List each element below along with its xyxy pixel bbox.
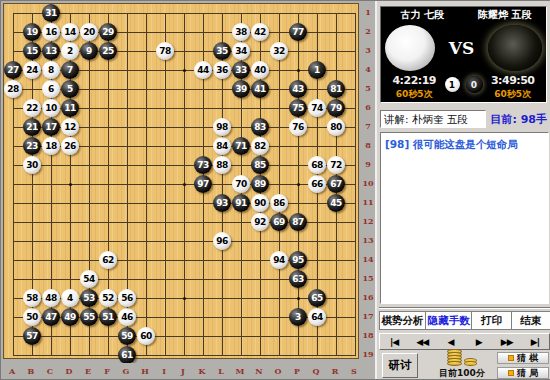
column-label: C — [47, 366, 53, 376]
orange-bullet-icon — [508, 370, 514, 376]
current-move-label: 目前: 98手 — [490, 112, 547, 127]
row-label: 10 — [362, 178, 373, 188]
black-stone-43: 43 — [289, 80, 307, 98]
last-move-button[interactable]: ▶| — [521, 334, 549, 349]
commentary-box[interactable]: [98] 很可能这盘是个短命局 — [380, 132, 549, 304]
black-stone-73: 73 — [194, 156, 212, 174]
row-label: 14 — [362, 254, 373, 264]
first-move-button[interactable]: |◀ — [380, 334, 408, 349]
star-point — [183, 183, 186, 186]
grid-line — [13, 203, 356, 204]
grid-line — [13, 241, 356, 242]
column-label: M — [236, 366, 245, 376]
black-stone-image — [488, 25, 542, 71]
black-stone-13: 13 — [42, 42, 60, 60]
black-stone-23: 23 — [23, 137, 41, 155]
toolbar: 棋势分析 隐藏手数 打印 结束 — [379, 311, 550, 330]
guess-game-button[interactable]: 猜 局 — [497, 367, 549, 379]
black-clock: 3:49:50 — [483, 74, 544, 87]
white-stone-34: 34 — [232, 42, 250, 60]
white-stone-88: 88 — [213, 156, 231, 174]
row-label: 19 — [362, 349, 373, 359]
white-stone-14: 14 — [61, 23, 79, 41]
commentary-message: [98] 很可能这盘是个短命局 — [385, 138, 544, 152]
white-stone-10: 10 — [42, 99, 60, 117]
black-stone-41: 41 — [251, 80, 269, 98]
fast-forward-button[interactable]: ▶▶ — [493, 334, 521, 349]
white-stone-56: 56 — [118, 289, 136, 307]
black-stone-9: 9 — [80, 42, 98, 60]
white-stone-12: 12 — [61, 118, 79, 136]
black-stone-69: 69 — [270, 213, 288, 231]
white-clock: 4:22:19 — [384, 74, 445, 87]
white-stone-40: 40 — [251, 61, 269, 79]
black-stone-85: 85 — [251, 156, 269, 174]
grid-line — [355, 13, 356, 356]
black-stone-71: 71 — [232, 137, 250, 155]
points-display: 目前100分 — [431, 348, 493, 380]
black-stone-77: 77 — [289, 23, 307, 41]
row-label: 3 — [365, 45, 371, 55]
white-stone-80: 80 — [327, 118, 345, 136]
row-label: 8 — [365, 140, 371, 150]
column-coordinate-strip: ABCDEFGHIJKLMNOPQRS — [1, 363, 375, 379]
white-stone-76: 76 — [289, 118, 307, 136]
row-label: 2 — [365, 26, 371, 36]
white-stone-50: 50 — [23, 308, 41, 326]
column-label: L — [218, 366, 224, 376]
black-stone-15: 15 — [23, 42, 41, 60]
star-point — [297, 69, 300, 72]
black-stone-25: 25 — [99, 42, 117, 60]
black-stone-45: 45 — [327, 194, 345, 212]
black-stone-93: 93 — [213, 194, 231, 212]
black-stone-5: 5 — [61, 80, 79, 98]
white-stone-22: 22 — [23, 99, 41, 117]
white-stone-30: 30 — [23, 156, 41, 174]
column-label: A — [9, 366, 15, 376]
black-stone-53: 53 — [80, 289, 98, 307]
grid-line — [13, 336, 356, 337]
white-stone-66: 66 — [308, 175, 326, 193]
black-stone-51: 51 — [99, 308, 117, 326]
white-stone-96: 96 — [213, 232, 231, 250]
black-stone-67: 67 — [327, 175, 345, 193]
black-stone-75: 75 — [289, 99, 307, 117]
white-stone-38: 38 — [232, 23, 250, 41]
row-label: 1 — [365, 7, 371, 17]
grid-line — [13, 355, 356, 356]
white-stone-18: 18 — [42, 137, 60, 155]
hide-move-numbers-button[interactable]: 隐藏手数 — [425, 311, 472, 330]
discuss-button[interactable]: 研讨 — [382, 353, 418, 378]
column-label: I — [162, 366, 166, 376]
row-label: 12 — [362, 216, 373, 226]
star-point — [297, 183, 300, 186]
white-stone-72: 72 — [327, 156, 345, 174]
white-stone-36: 36 — [213, 61, 231, 79]
white-stone-78: 78 — [156, 42, 174, 60]
row-label: 11 — [362, 197, 373, 207]
white-stone-48: 48 — [42, 289, 60, 307]
black-stone-59: 59 — [118, 327, 136, 345]
row-label: 16 — [362, 292, 373, 302]
black-stone-83: 83 — [251, 118, 269, 136]
column-label: O — [275, 366, 282, 376]
black-stone-27: 27 — [4, 61, 22, 79]
white-stone-54: 54 — [80, 270, 98, 288]
white-stone-42: 42 — [251, 23, 269, 41]
white-stone-64: 64 — [308, 308, 326, 326]
white-stone-84: 84 — [213, 137, 231, 155]
white-stone-62: 62 — [99, 251, 117, 269]
black-stone-81: 81 — [327, 80, 345, 98]
row-label: 7 — [365, 121, 371, 131]
black-player-name: 陈耀烨 五段 — [464, 8, 547, 22]
white-stone-8: 8 — [42, 61, 60, 79]
print-button[interactable]: 打印 — [471, 311, 511, 330]
end-button[interactable]: 结束 — [511, 311, 550, 330]
white-stone-28: 28 — [4, 80, 22, 98]
column-label: E — [85, 366, 91, 376]
footer-bar: 研讨 目前100分 猜 棋 猜 局 — [379, 352, 550, 379]
white-stone-92: 92 — [251, 213, 269, 231]
black-stone-39: 39 — [232, 80, 250, 98]
black-stone-31: 31 — [42, 4, 60, 22]
row-label: 9 — [365, 159, 371, 169]
star-point — [69, 183, 72, 186]
star-point — [183, 297, 186, 300]
black-stone-35: 35 — [213, 42, 231, 60]
side-panel: 古力 七段 陈耀烨 五段 VS 4:22:19 60秒5次 1 0 3:49:5… — [375, 1, 550, 379]
white-byoyomi: 60秒5次 — [384, 88, 445, 101]
black-stone-1: 1 — [308, 61, 326, 79]
white-stone-image — [385, 25, 435, 71]
row-label: 5 — [365, 83, 371, 93]
go-board-area: 1357911131517192123252729313335394143454… — [1, 1, 375, 379]
white-stone-46: 46 — [118, 308, 136, 326]
column-label: F — [104, 366, 110, 376]
white-stone-2: 2 — [61, 42, 79, 60]
black-stone-47: 47 — [42, 308, 60, 326]
white-stone-70: 70 — [232, 175, 250, 193]
white-stone-6: 6 — [42, 80, 60, 98]
white-stone-20: 20 — [80, 23, 98, 41]
black-stone-97: 97 — [194, 175, 212, 193]
app-window: 1357911131517192123252729313335394143454… — [0, 0, 550, 380]
black-stone-21: 21 — [23, 118, 41, 136]
black-stone-57: 57 — [23, 327, 41, 345]
white-stone-44: 44 — [194, 61, 212, 79]
white-stone-16: 16 — [42, 23, 60, 41]
star-point — [183, 69, 186, 72]
white-stone-98: 98 — [213, 118, 231, 136]
column-label: G — [123, 366, 130, 376]
row-coordinate-strip: 12345678910111213141516171819 — [361, 1, 375, 379]
column-label: R — [332, 366, 339, 376]
black-stone-79: 79 — [327, 99, 345, 117]
coins-icon — [431, 348, 493, 366]
guess-move-button[interactable]: 猜 棋 — [497, 352, 549, 364]
lecturer-field[interactable]: 讲解: 朴炳奎 五段 — [380, 110, 486, 128]
row-label: 15 — [362, 273, 373, 283]
white-stone-90: 90 — [251, 194, 269, 212]
black-stone-33: 33 — [232, 61, 250, 79]
separator — [379, 307, 550, 309]
black-stone-61: 61 — [118, 346, 136, 364]
white-stone-32: 32 — [270, 42, 288, 60]
black-stone-7: 7 — [61, 61, 79, 79]
row-label: 17 — [362, 311, 373, 321]
black-stone-49: 49 — [61, 308, 79, 326]
black-byoyomi: 60秒5次 — [483, 88, 544, 101]
black-stone-11: 11 — [61, 99, 79, 117]
black-stone-55: 55 — [80, 308, 98, 326]
black-stone-19: 19 — [23, 23, 41, 41]
white-stone-52: 52 — [99, 289, 117, 307]
black-stone-17: 17 — [42, 118, 60, 136]
row-label: 13 — [362, 235, 373, 245]
analyze-button[interactable]: 棋势分析 — [379, 311, 426, 330]
white-stone-86: 86 — [270, 194, 288, 212]
fast-rewind-button[interactable]: ◀◀ — [408, 334, 436, 349]
points-label: 目前100分 — [431, 367, 493, 380]
go-board[interactable]: 1357911131517192123252729313335394143454… — [3, 3, 359, 359]
white-stone-60: 60 — [137, 327, 155, 345]
black-stone-89: 89 — [251, 175, 269, 193]
white-stone-94: 94 — [270, 251, 288, 269]
black-stone-63: 63 — [289, 270, 307, 288]
prev-move-button[interactable]: ◀ — [436, 334, 464, 349]
black-stone-87: 87 — [289, 213, 307, 231]
black-stone-91: 91 — [232, 194, 250, 212]
black-captures-counter: 0 — [466, 76, 483, 93]
star-point — [297, 297, 300, 300]
column-label: Q — [313, 366, 320, 376]
black-stone-29: 29 — [99, 23, 117, 41]
white-stone-24: 24 — [23, 61, 41, 79]
column-label: S — [351, 366, 357, 376]
black-stone-3: 3 — [289, 308, 307, 326]
white-stone-82: 82 — [251, 137, 269, 155]
white-stone-74: 74 — [308, 99, 326, 117]
grid-line — [279, 13, 280, 356]
column-label: P — [294, 366, 300, 376]
row-label: 6 — [365, 102, 371, 112]
white-stone-68: 68 — [308, 156, 326, 174]
white-stone-26: 26 — [61, 137, 79, 155]
row-label: 18 — [362, 330, 373, 340]
vs-label: VS — [449, 38, 474, 58]
column-label: D — [66, 366, 73, 376]
column-label: J — [181, 366, 185, 376]
white-player-name: 古力 七段 — [381, 8, 464, 22]
orange-bullet-icon — [508, 355, 514, 361]
column-label: N — [255, 366, 262, 376]
column-label: B — [28, 366, 35, 376]
next-move-button[interactable]: ▶ — [465, 334, 493, 349]
black-stone-65: 65 — [308, 289, 326, 307]
column-label: H — [141, 366, 149, 376]
players-vs-box: 古力 七段 陈耀烨 五段 VS 4:22:19 60秒5次 1 0 3:49:5… — [380, 6, 547, 103]
row-label: 4 — [365, 64, 371, 74]
white-stone-4: 4 — [61, 289, 79, 307]
white-stone-58: 58 — [23, 289, 41, 307]
white-captures-counter: 1 — [445, 77, 460, 92]
column-label: K — [199, 366, 206, 376]
black-stone-95: 95 — [289, 251, 307, 269]
